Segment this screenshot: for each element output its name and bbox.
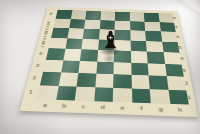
square-e2[interactable] <box>113 74 131 88</box>
rank-label-8: 8 <box>170 14 180 23</box>
file-label-a: a <box>34 101 55 109</box>
square-d1[interactable] <box>94 87 113 102</box>
rank-label-6: 6 <box>41 27 52 37</box>
rank-label-2: 2 <box>28 71 41 85</box>
rank-label-5: 5 <box>175 42 186 53</box>
square-b2[interactable] <box>58 72 78 86</box>
file-label-h: h <box>170 106 190 114</box>
file-label-c: c <box>73 102 93 110</box>
board-tilt-wrapper: ♔ abcdefgh 87654321 87654321 <box>33 0 188 131</box>
square-b6[interactable] <box>67 28 84 38</box>
square-g7[interactable] <box>144 21 160 31</box>
file-label-b: b <box>54 102 74 110</box>
square-f7[interactable] <box>130 21 146 31</box>
rank-label-3: 3 <box>31 59 44 72</box>
square-g4[interactable] <box>147 52 165 64</box>
square-e3[interactable] <box>113 62 131 75</box>
square-c6[interactable] <box>83 29 100 39</box>
square-f5[interactable] <box>130 40 147 51</box>
square-b7[interactable] <box>69 19 85 29</box>
rank-label-1: 1 <box>24 85 38 100</box>
square-f6[interactable] <box>130 30 146 41</box>
square-c1[interactable] <box>75 86 95 101</box>
square-f2[interactable] <box>131 75 150 89</box>
square-b3[interactable] <box>61 60 80 73</box>
rank-label-4: 4 <box>35 48 47 60</box>
rank-label-5: 5 <box>38 37 49 48</box>
square-g6[interactable] <box>145 31 162 42</box>
square-g3[interactable] <box>148 63 167 76</box>
black-bishop[interactable]: ♝ <box>100 29 120 52</box>
rank-label-7: 7 <box>171 22 181 32</box>
square-c3[interactable] <box>78 61 97 74</box>
chessboard-photo-scene: ♔ abcdefgh 87654321 87654321 ♝ <box>0 0 200 134</box>
square-c4[interactable] <box>80 49 98 61</box>
file-label-g: g <box>151 105 171 113</box>
square-g5[interactable] <box>146 41 163 52</box>
square-d2[interactable] <box>95 74 114 88</box>
file-label-e: e <box>113 104 133 112</box>
square-b1[interactable] <box>56 86 77 101</box>
square-b5[interactable] <box>65 38 83 49</box>
rank-label-6: 6 <box>173 32 183 42</box>
rank-label-8: 8 <box>46 9 56 18</box>
square-c5[interactable] <box>81 39 98 50</box>
file-label-d: d <box>93 103 113 111</box>
file-label-f: f <box>132 104 152 112</box>
square-g1[interactable] <box>150 89 170 104</box>
square-g2[interactable] <box>149 75 168 89</box>
rank-label-7: 7 <box>43 18 54 28</box>
square-f4[interactable] <box>130 51 147 63</box>
square-e1[interactable] <box>113 87 132 102</box>
square-f3[interactable] <box>131 62 149 75</box>
square-c2[interactable] <box>77 73 96 87</box>
square-f1[interactable] <box>131 88 150 103</box>
square-c7[interactable] <box>84 19 100 29</box>
square-b4[interactable] <box>63 49 81 61</box>
